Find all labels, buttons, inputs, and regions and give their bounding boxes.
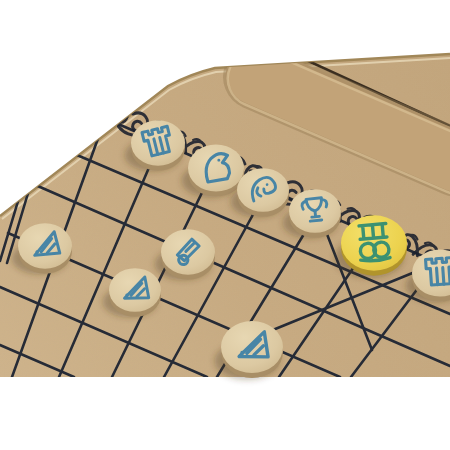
board-photo bbox=[0, 0, 450, 450]
scene bbox=[0, 0, 450, 450]
